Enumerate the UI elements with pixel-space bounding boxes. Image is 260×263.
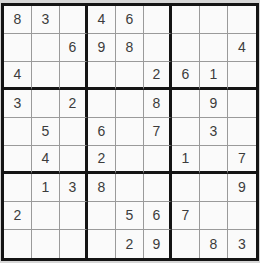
cell-r1c8[interactable]	[200, 6, 228, 34]
cell-r2c7[interactable]	[172, 34, 200, 62]
cell-r5c3[interactable]	[60, 118, 88, 146]
cell-r6c4[interactable]: 2	[88, 146, 116, 174]
cell-r8c5[interactable]: 5	[116, 202, 144, 230]
cell-r2c8[interactable]	[200, 34, 228, 62]
cell-r9c7[interactable]	[172, 230, 200, 258]
cell-r7c5[interactable]	[116, 174, 144, 202]
cell-r5c6[interactable]: 7	[144, 118, 172, 146]
cell-r6c8[interactable]	[200, 146, 228, 174]
cell-r6c7[interactable]: 1	[172, 146, 200, 174]
cell-r3c7[interactable]: 6	[172, 62, 200, 90]
cell-r7c8[interactable]	[200, 174, 228, 202]
cell-r6c5[interactable]	[116, 146, 144, 174]
cell-r7c6[interactable]	[144, 174, 172, 202]
cell-r4c9[interactable]	[228, 90, 256, 118]
cell-r9c3[interactable]	[60, 230, 88, 258]
cell-r2c3[interactable]: 6	[60, 34, 88, 62]
cell-r9c1[interactable]	[4, 230, 32, 258]
cell-r9c6[interactable]: 9	[144, 230, 172, 258]
cell-r1c6[interactable]	[144, 6, 172, 34]
cell-r4c6[interactable]: 8	[144, 90, 172, 118]
cell-r5c5[interactable]	[116, 118, 144, 146]
cell-r2c1[interactable]	[4, 34, 32, 62]
cell-r2c6[interactable]	[144, 34, 172, 62]
cell-r8c2[interactable]	[32, 202, 60, 230]
cell-r1c5[interactable]: 6	[116, 6, 144, 34]
cell-r4c5[interactable]	[116, 90, 144, 118]
cell-r8c7[interactable]: 7	[172, 202, 200, 230]
cell-r3c4[interactable]	[88, 62, 116, 90]
cell-r3c1[interactable]: 4	[4, 62, 32, 90]
cell-r4c4[interactable]	[88, 90, 116, 118]
cell-r3c9[interactable]	[228, 62, 256, 90]
cell-r5c9[interactable]	[228, 118, 256, 146]
cell-r7c7[interactable]	[172, 174, 200, 202]
cell-r5c2[interactable]: 5	[32, 118, 60, 146]
cell-r7c9[interactable]: 9	[228, 174, 256, 202]
cell-r4c8[interactable]: 9	[200, 90, 228, 118]
cell-r1c2[interactable]: 3	[32, 6, 60, 34]
cell-r9c4[interactable]	[88, 230, 116, 258]
cell-r5c1[interactable]	[4, 118, 32, 146]
cell-r6c2[interactable]: 4	[32, 146, 60, 174]
cell-r6c3[interactable]	[60, 146, 88, 174]
cell-r1c9[interactable]	[228, 6, 256, 34]
cell-r7c3[interactable]: 3	[60, 174, 88, 202]
cell-r3c6[interactable]: 2	[144, 62, 172, 90]
cell-r4c1[interactable]: 3	[4, 90, 32, 118]
cell-r2c5[interactable]: 8	[116, 34, 144, 62]
cell-r4c7[interactable]	[172, 90, 200, 118]
cell-r5c7[interactable]	[172, 118, 200, 146]
cell-r1c7[interactable]	[172, 6, 200, 34]
cell-r6c9[interactable]: 7	[228, 146, 256, 174]
cell-r7c1[interactable]	[4, 174, 32, 202]
cell-r7c4[interactable]: 8	[88, 174, 116, 202]
cell-r2c9[interactable]: 4	[228, 34, 256, 62]
cell-r6c6[interactable]	[144, 146, 172, 174]
cell-r1c4[interactable]: 4	[88, 6, 116, 34]
cell-r2c4[interactable]: 9	[88, 34, 116, 62]
cell-r5c4[interactable]: 6	[88, 118, 116, 146]
cell-r3c8[interactable]: 1	[200, 62, 228, 90]
cell-r5c8[interactable]: 3	[200, 118, 228, 146]
cell-r8c8[interactable]	[200, 202, 228, 230]
cell-r7c2[interactable]: 1	[32, 174, 60, 202]
cell-r4c3[interactable]: 2	[60, 90, 88, 118]
cell-r3c3[interactable]	[60, 62, 88, 90]
cell-r9c9[interactable]: 3	[228, 230, 256, 258]
cell-r1c1[interactable]: 8	[4, 6, 32, 34]
cell-r8c4[interactable]	[88, 202, 116, 230]
cell-r3c2[interactable]	[32, 62, 60, 90]
cell-r2c2[interactable]	[32, 34, 60, 62]
cell-r8c9[interactable]	[228, 202, 256, 230]
cell-r8c6[interactable]: 6	[144, 202, 172, 230]
cell-r6c1[interactable]	[4, 146, 32, 174]
cell-r1c3[interactable]	[60, 6, 88, 34]
cell-r9c8[interactable]: 8	[200, 230, 228, 258]
cell-r4c2[interactable]	[32, 90, 60, 118]
cell-r9c2[interactable]	[32, 230, 60, 258]
cell-r9c5[interactable]: 2	[116, 230, 144, 258]
sudoku-frame: 834669844261328956734217138925672983	[0, 0, 260, 263]
cell-r8c1[interactable]: 2	[4, 202, 32, 230]
cell-r3c5[interactable]	[116, 62, 144, 90]
cell-r8c3[interactable]	[60, 202, 88, 230]
sudoku-board: 834669844261328956734217138925672983	[1, 3, 259, 261]
